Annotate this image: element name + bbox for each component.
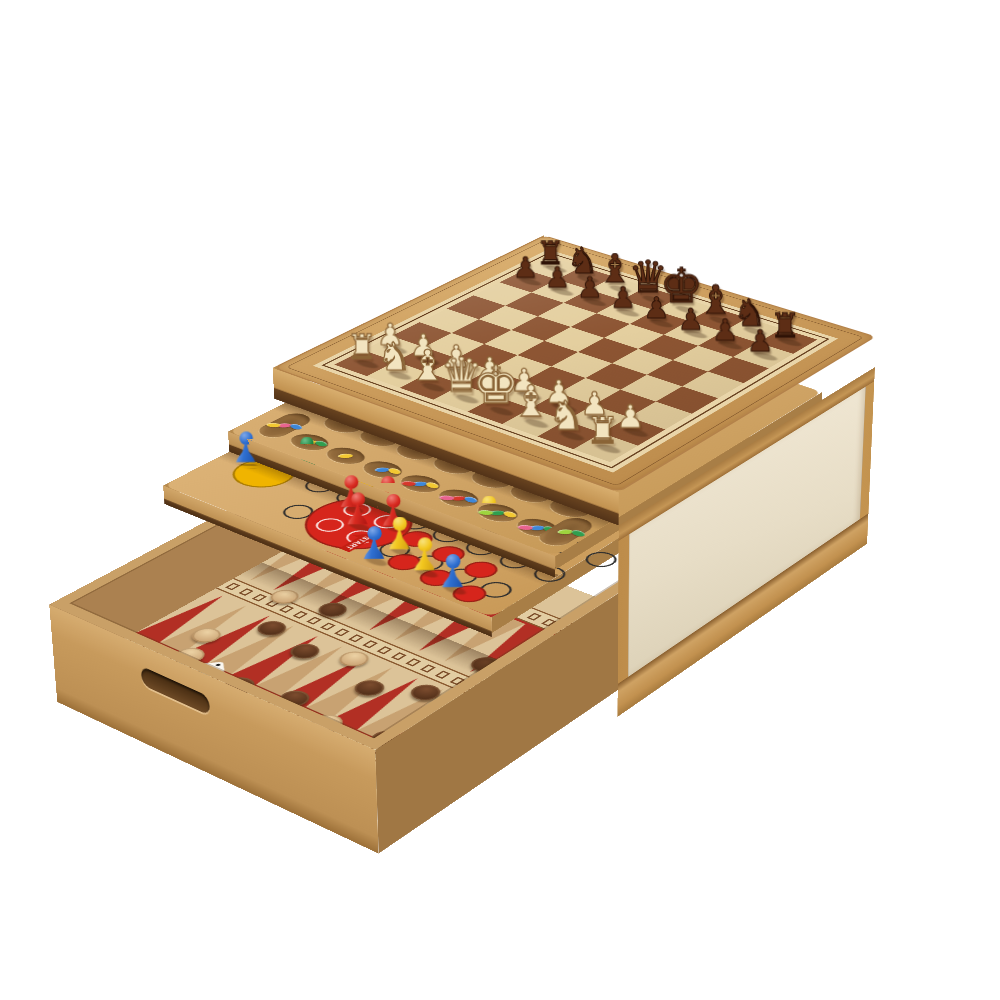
pawn-body <box>413 547 435 570</box>
square-e6[interactable] <box>604 324 664 349</box>
square-a8[interactable] <box>525 257 582 280</box>
black-bishop-glyph: ♝ <box>690 280 741 320</box>
piece-shadow <box>549 287 576 297</box>
ludo-pawn-yellow[interactable] <box>413 537 435 570</box>
black-pawn-glyph: ♟ <box>501 253 550 281</box>
home-slot-ring <box>310 516 350 535</box>
black-pawn-glyph: ♟ <box>565 273 615 302</box>
black-bishop-glyph: ♝ <box>590 250 640 289</box>
square-e8[interactable] <box>655 297 713 321</box>
square-c6[interactable] <box>538 303 597 327</box>
square-b6[interactable] <box>505 292 563 316</box>
black-pawn-glyph: ♟ <box>532 263 582 292</box>
square-e7[interactable] <box>630 310 689 334</box>
piece-shadow <box>640 294 667 304</box>
piece-shadow <box>682 329 710 339</box>
square-b8[interactable] <box>557 267 614 290</box>
black-pawn-glyph: ♟ <box>734 326 786 356</box>
piece-shadow <box>607 284 634 294</box>
square-a6[interactable] <box>473 282 531 305</box>
black-pawn-glyph: ♟ <box>665 304 716 334</box>
square-b5[interactable] <box>479 306 538 330</box>
ludo-pawn-red[interactable] <box>347 492 369 524</box>
black-queen-glyph: ♛ <box>623 255 673 299</box>
pawn-body <box>441 564 463 588</box>
ludo-pawn-yellow[interactable] <box>388 517 410 550</box>
ludo-pawn-blue[interactable] <box>363 526 385 559</box>
piece-shadow <box>648 318 675 328</box>
pawn-body <box>388 526 410 549</box>
square-d7[interactable] <box>597 300 656 324</box>
pawn-body <box>347 502 369 525</box>
black-king-glyph: ♚ <box>656 261 706 310</box>
black-pawn-glyph: ♟ <box>631 294 682 323</box>
black-pawn-glyph: ♟ <box>598 283 649 312</box>
square-c7[interactable] <box>564 290 622 314</box>
square-d5[interactable] <box>544 327 604 352</box>
square-c5[interactable] <box>511 316 570 341</box>
pawn-body <box>363 536 385 559</box>
square-b7[interactable] <box>531 279 589 302</box>
scene: ♜♞♝♛♚♝♞♜♟♟♟♟♟♟♟♟♟♟♟♟♟♟♟♟♜♞♝♛♚♝♞♜ <box>0 0 1000 1000</box>
white-rook-glyph: ♜ <box>575 412 631 448</box>
ludo-pawn-blue[interactable] <box>441 554 463 588</box>
piece-shadow <box>517 277 543 287</box>
square-a7[interactable] <box>500 270 557 293</box>
square-c8[interactable] <box>589 277 646 300</box>
piece-shadow <box>707 315 735 325</box>
piece-shadow <box>543 264 569 274</box>
piece-shadow <box>673 305 700 315</box>
black-knight-glyph: ♞ <box>558 243 607 279</box>
piece-shadow <box>582 297 609 307</box>
square-d6[interactable] <box>571 313 630 338</box>
drawer-handle[interactable] <box>141 666 210 716</box>
mancala-pit[interactable] <box>394 472 447 496</box>
square-a5[interactable] <box>447 295 506 319</box>
piece-shadow <box>575 274 601 284</box>
piece-shadow <box>615 307 642 317</box>
square-f7[interactable] <box>664 321 723 346</box>
black-rook-glyph: ♜ <box>526 237 575 269</box>
square-d8[interactable] <box>622 287 680 311</box>
product-photo: ♜♞♝♛♚♝♞♜♟♟♟♟♟♟♟♟♟♟♟♟♟♟♟♟♜♞♝♛♚♝♞♜ <box>0 0 1000 1000</box>
